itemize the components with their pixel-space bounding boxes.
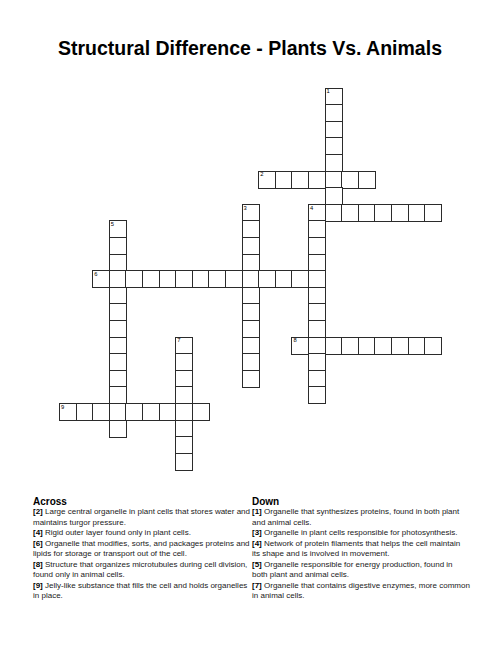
down-clue-3: [3] Organelle in plant cells responsible…: [252, 528, 470, 538]
clue-label: [8]: [33, 560, 43, 569]
grid-cell[interactable]: [374, 337, 392, 355]
down-clues-section: Down [1] Organelle that synthesizes prot…: [252, 497, 470, 602]
grid-cell[interactable]: [325, 171, 343, 189]
grid-cell[interactable]: [242, 320, 260, 338]
grid-cell[interactable]: [358, 171, 376, 189]
clue-text: Organelle responsible for energy product…: [252, 560, 453, 579]
grid-cell[interactable]: [325, 137, 343, 155]
grid-cell[interactable]: [308, 204, 326, 222]
clue-text: Jelly-like substance that fills the cell…: [33, 581, 247, 600]
grid-cell[interactable]: [291, 270, 309, 288]
grid-cell[interactable]: [325, 121, 343, 139]
clue-text: Network of protein filaments that helps …: [252, 539, 460, 558]
grid-cell[interactable]: [225, 270, 243, 288]
grid-cell[interactable]: [308, 287, 326, 305]
grid-cell[interactable]: [358, 204, 376, 222]
grid-cell[interactable]: [242, 353, 260, 371]
grid-cell[interactable]: [125, 403, 143, 421]
grid-cell[interactable]: [258, 270, 276, 288]
down-clue-1: [1] Organelle that synthesizes proteins,…: [252, 507, 470, 528]
grid-cell[interactable]: [242, 370, 260, 388]
grid-cell[interactable]: [308, 270, 326, 288]
grid-cell[interactable]: [258, 171, 276, 189]
down-clue-5: [5] Organelle responsible for energy pro…: [252, 560, 470, 581]
grid-cell[interactable]: [192, 270, 210, 288]
grid-cell[interactable]: [242, 337, 260, 355]
grid-cell[interactable]: [325, 337, 343, 355]
across-header: Across: [33, 497, 251, 507]
grid-cell[interactable]: [109, 254, 127, 272]
grid-cell[interactable]: [175, 453, 193, 471]
clue-text: Structure that organizes microtubules du…: [33, 560, 247, 579]
clue-text: Rigid outer layer found only in plant ce…: [43, 528, 191, 537]
across-clue-4: [4] Rigid outer layer found only in plan…: [33, 528, 251, 538]
grid-cell[interactable]: [142, 270, 160, 288]
clue-text: Large central organelle in plant cells t…: [33, 507, 250, 526]
grid-cell[interactable]: [208, 270, 226, 288]
grid-cell[interactable]: [109, 353, 127, 371]
crossword-grid: 123456789: [59, 88, 441, 470]
grid-cell[interactable]: [391, 337, 409, 355]
grid-cell[interactable]: [308, 237, 326, 255]
grid-cell[interactable]: [325, 88, 343, 106]
grid-cell[interactable]: [175, 436, 193, 454]
grid-cell[interactable]: [325, 104, 343, 122]
grid-cell[interactable]: [291, 171, 309, 189]
across-clues-list: [2] Large central organelle in plant cel…: [33, 507, 251, 601]
clue-text: Organelle that contains digestive enzyme…: [252, 581, 470, 600]
down-clue-7: [7] Organelle that contains digestive en…: [252, 581, 470, 602]
grid-cell[interactable]: [308, 171, 326, 189]
grid-cell[interactable]: [374, 204, 392, 222]
grid-cell[interactable]: [341, 337, 359, 355]
grid-cell[interactable]: [291, 337, 309, 355]
grid-cell[interactable]: [109, 370, 127, 388]
clue-label: [5]: [252, 560, 262, 569]
grid-cell[interactable]: [308, 220, 326, 238]
grid-cell[interactable]: [308, 320, 326, 338]
grid-cell[interactable]: [76, 403, 94, 421]
clue-label: [2]: [33, 507, 43, 516]
grid-cell[interactable]: [308, 303, 326, 321]
grid-cell[interactable]: [308, 337, 326, 355]
grid-cell[interactable]: [358, 337, 376, 355]
across-clue-6: [6] Organelle that modifies, sorts, and …: [33, 539, 251, 560]
grid-cell[interactable]: [175, 403, 193, 421]
clue-label: [1]: [252, 507, 262, 516]
grid-cell[interactable]: [175, 353, 193, 371]
clue-label: [6]: [33, 539, 43, 548]
grid-cell[interactable]: [242, 287, 260, 305]
across-clue-8: [8] Structure that organizes microtubule…: [33, 560, 251, 581]
crossword-page: Structural Difference - Plants Vs. Anima…: [0, 0, 500, 647]
grid-cell[interactable]: [242, 270, 260, 288]
grid-cell[interactable]: [109, 287, 127, 305]
grid-cell[interactable]: [408, 337, 426, 355]
puzzle-title: Structural Difference - Plants Vs. Anima…: [0, 38, 500, 59]
grid-cell[interactable]: [424, 204, 442, 222]
across-clue-2: [2] Large central organelle in plant cel…: [33, 507, 251, 528]
grid-cell[interactable]: [408, 204, 426, 222]
grid-cell[interactable]: [325, 154, 343, 172]
grid-cell[interactable]: [109, 337, 127, 355]
clue-text: Organelle that synthesizes proteins, fou…: [252, 507, 459, 526]
grid-cell[interactable]: [159, 270, 177, 288]
down-clue-4: [4] Network of protein filaments that he…: [252, 539, 470, 560]
grid-cell[interactable]: [109, 237, 127, 255]
grid-cell[interactable]: [109, 420, 127, 438]
grid-cell[interactable]: [275, 270, 293, 288]
grid-cell[interactable]: [175, 386, 193, 404]
grid-cell[interactable]: [92, 403, 110, 421]
clue-label: [7]: [252, 581, 262, 590]
grid-cell[interactable]: [159, 403, 177, 421]
grid-cell[interactable]: [109, 220, 127, 238]
down-clues-list: [1] Organelle that synthesizes proteins,…: [252, 507, 470, 601]
grid-cell[interactable]: [109, 270, 127, 288]
grid-cell[interactable]: [109, 386, 127, 404]
clue-label: [3]: [252, 528, 262, 537]
grid-cell[interactable]: [275, 171, 293, 189]
grid-cell[interactable]: [242, 237, 260, 255]
grid-cell[interactable]: [92, 270, 110, 288]
grid-cell[interactable]: [325, 204, 343, 222]
across-clues-section: Across [2] Large central organelle in pl…: [33, 497, 251, 602]
across-clue-9: [9] Jelly-like substance that fills the …: [33, 581, 251, 602]
grid-cell[interactable]: [308, 254, 326, 272]
grid-cell[interactable]: [192, 403, 210, 421]
grid-cell[interactable]: [308, 353, 326, 371]
clue-label: [4]: [252, 539, 262, 548]
grid-cell[interactable]: [175, 337, 193, 355]
grid-cell[interactable]: [109, 320, 127, 338]
grid-cell[interactable]: [424, 337, 442, 355]
down-header: Down: [252, 497, 470, 507]
grid-cell[interactable]: [391, 204, 409, 222]
grid-cell[interactable]: [242, 204, 260, 222]
grid-cell[interactable]: [325, 187, 343, 205]
grid-cell[interactable]: [341, 204, 359, 222]
grid-cell[interactable]: [125, 270, 143, 288]
grid-cell[interactable]: [242, 303, 260, 321]
grid-cell[interactable]: [341, 171, 359, 189]
grid-cell[interactable]: [175, 370, 193, 388]
grid-cell[interactable]: [308, 386, 326, 404]
clue-label: [9]: [33, 581, 43, 590]
grid-cell[interactable]: [59, 403, 77, 421]
grid-cell[interactable]: [142, 403, 160, 421]
clue-text: Organelle that modifies, sorts, and pack…: [33, 539, 250, 558]
grid-cell[interactable]: [109, 403, 127, 421]
grid-cell[interactable]: [242, 220, 260, 238]
grid-cell[interactable]: [109, 303, 127, 321]
grid-cell[interactable]: [175, 270, 193, 288]
clue-text: Organelle in plant cells responsible for…: [262, 528, 458, 537]
grid-cell[interactable]: [308, 370, 326, 388]
grid-cell[interactable]: [242, 254, 260, 272]
clue-label: [4]: [33, 528, 43, 537]
grid-cell[interactable]: [175, 420, 193, 438]
